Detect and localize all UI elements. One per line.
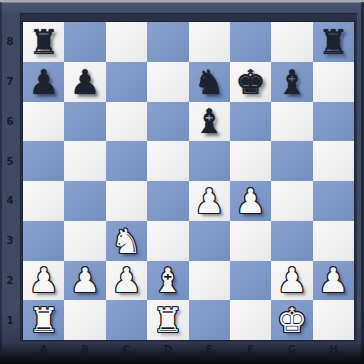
square-e2[interactable] <box>189 261 230 301</box>
piece-black-rook-h8[interactable]: ♜ <box>313 22 354 62</box>
square-d1[interactable]: ♜ <box>147 300 188 340</box>
square-e1[interactable] <box>189 300 230 340</box>
square-g7[interactable]: ♝ <box>271 62 312 102</box>
file-label-d: D <box>147 342 188 357</box>
square-f4[interactable]: ♟ <box>230 181 271 221</box>
square-b7[interactable]: ♟ <box>64 62 105 102</box>
square-g6[interactable] <box>271 102 312 142</box>
rank-label-4: 4 <box>0 181 20 221</box>
square-b5[interactable] <box>64 141 105 181</box>
square-a8[interactable]: ♜ <box>23 22 64 62</box>
piece-white-pawn-b2[interactable]: ♟ <box>64 261 105 301</box>
piece-black-pawn-b7[interactable]: ♟ <box>64 62 105 102</box>
square-f8[interactable] <box>230 22 271 62</box>
square-f7[interactable]: ♚ <box>230 62 271 102</box>
square-b3[interactable] <box>64 221 105 261</box>
square-b4[interactable] <box>64 181 105 221</box>
square-g2[interactable]: ♟ <box>271 261 312 301</box>
square-e8[interactable] <box>189 22 230 62</box>
square-e4[interactable]: ♟ <box>189 181 230 221</box>
square-g4[interactable] <box>271 181 312 221</box>
file-label-h: H <box>313 342 354 357</box>
square-c1[interactable] <box>106 300 147 340</box>
square-e7[interactable]: ♞ <box>189 62 230 102</box>
square-g3[interactable] <box>271 221 312 261</box>
file-label-a: A <box>23 342 64 357</box>
file-label-b: B <box>64 342 105 357</box>
square-c6[interactable] <box>106 102 147 142</box>
square-b8[interactable] <box>64 22 105 62</box>
square-b6[interactable] <box>64 102 105 142</box>
square-d4[interactable] <box>147 181 188 221</box>
square-h1[interactable] <box>313 300 354 340</box>
square-h2[interactable]: ♟ <box>313 261 354 301</box>
rank-label-7: 7 <box>0 62 20 102</box>
piece-white-knight-c3[interactable]: ♞ <box>106 221 147 261</box>
piece-white-rook-d1[interactable]: ♜ <box>147 300 188 340</box>
rank-label-1: 1 <box>0 300 20 340</box>
board: ♜♜♟♟♞♚♝♝♟♟♞♟♟♟♝♟♟♜♜♚ <box>23 22 354 340</box>
square-d2[interactable]: ♝ <box>147 261 188 301</box>
rank-label-6: 6 <box>0 102 20 142</box>
square-a4[interactable] <box>23 181 64 221</box>
square-g8[interactable] <box>271 22 312 62</box>
file-labels: ABCDEFGH <box>23 342 354 357</box>
square-c4[interactable] <box>106 181 147 221</box>
square-e6[interactable]: ♝ <box>189 102 230 142</box>
square-f1[interactable] <box>230 300 271 340</box>
square-d3[interactable] <box>147 221 188 261</box>
piece-black-king-f7[interactable]: ♚ <box>230 62 271 102</box>
square-f6[interactable] <box>230 102 271 142</box>
rank-labels: 87654321 <box>0 22 20 340</box>
square-h3[interactable] <box>313 221 354 261</box>
piece-white-pawn-c2[interactable]: ♟ <box>106 261 147 301</box>
square-h6[interactable] <box>313 102 354 142</box>
piece-white-bishop-d2[interactable]: ♝ <box>147 261 188 301</box>
piece-black-bishop-e6[interactable]: ♝ <box>189 102 230 142</box>
square-d5[interactable] <box>147 141 188 181</box>
piece-black-bishop-g7[interactable]: ♝ <box>271 62 312 102</box>
square-c2[interactable]: ♟ <box>106 261 147 301</box>
square-h8[interactable]: ♜ <box>313 22 354 62</box>
file-label-g: G <box>271 342 312 357</box>
square-b1[interactable] <box>64 300 105 340</box>
piece-black-pawn-a7[interactable]: ♟ <box>23 62 64 102</box>
square-g1[interactable]: ♚ <box>271 300 312 340</box>
piece-white-king-g1[interactable]: ♚ <box>271 300 312 340</box>
piece-white-rook-a1[interactable]: ♜ <box>23 300 64 340</box>
square-a2[interactable]: ♟ <box>23 261 64 301</box>
square-c5[interactable] <box>106 141 147 181</box>
square-f3[interactable] <box>230 221 271 261</box>
square-h4[interactable] <box>313 181 354 221</box>
square-e3[interactable] <box>189 221 230 261</box>
chess-board-window: ♜♜♟♟♞♚♝♝♟♟♞♟♟♟♝♟♟♜♜♚ 87654321 ABCDEFGH <box>0 0 364 364</box>
square-f5[interactable] <box>230 141 271 181</box>
piece-white-pawn-f4[interactable]: ♟ <box>230 181 271 221</box>
file-label-e: E <box>189 342 230 357</box>
square-h7[interactable] <box>313 62 354 102</box>
rank-label-2: 2 <box>0 261 20 301</box>
square-d7[interactable] <box>147 62 188 102</box>
rank-label-5: 5 <box>0 141 20 181</box>
piece-black-rook-a8[interactable]: ♜ <box>23 22 64 62</box>
square-a6[interactable] <box>23 102 64 142</box>
square-c8[interactable] <box>106 22 147 62</box>
rank-label-8: 8 <box>0 22 20 62</box>
square-a7[interactable]: ♟ <box>23 62 64 102</box>
square-b2[interactable]: ♟ <box>64 261 105 301</box>
square-a1[interactable]: ♜ <box>23 300 64 340</box>
square-a3[interactable] <box>23 221 64 261</box>
square-a5[interactable] <box>23 141 64 181</box>
square-g5[interactable] <box>271 141 312 181</box>
square-e5[interactable] <box>189 141 230 181</box>
file-label-c: C <box>106 342 147 357</box>
piece-white-pawn-a2[interactable]: ♟ <box>23 261 64 301</box>
piece-white-pawn-e4[interactable]: ♟ <box>189 181 230 221</box>
square-c3[interactable]: ♞ <box>106 221 147 261</box>
square-d6[interactable] <box>147 102 188 142</box>
piece-white-pawn-g2[interactable]: ♟ <box>271 261 312 301</box>
piece-black-knight-e7[interactable]: ♞ <box>189 62 230 102</box>
file-label-f: F <box>230 342 271 357</box>
square-f2[interactable] <box>230 261 271 301</box>
rank-label-3: 3 <box>0 221 20 261</box>
square-d8[interactable] <box>147 22 188 62</box>
piece-white-pawn-h2[interactable]: ♟ <box>313 261 354 301</box>
square-h5[interactable] <box>313 141 354 181</box>
square-c7[interactable] <box>106 62 147 102</box>
